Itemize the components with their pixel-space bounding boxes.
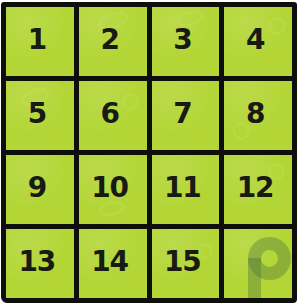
tile-number: 15 [164,245,201,278]
tile-cell-r2c1[interactable]: 5 [6,81,74,150]
tile-cell-r4c3[interactable]: 15 [152,229,220,298]
tile-number: 11 [164,171,201,204]
page: 1 2 3 4 5 6 7 8 9 10 11 [0,0,300,306]
tile-cell-r3c3[interactable]: 11 [152,155,220,224]
tile-cell-r4c2[interactable]: 14 [79,229,147,298]
tile-number: 12 [237,171,274,204]
tile-cell-r2c4[interactable]: 8 [224,81,292,150]
tile-cell-r4c1[interactable]: 13 [6,229,74,298]
tile-cell-r1c4[interactable]: 4 [224,7,292,76]
tile-number: 7 [173,97,191,130]
tile-number: 14 [91,245,128,278]
watermark-scribble-icon [122,93,139,110]
tile-number: 6 [100,97,118,130]
tile-number: 13 [18,245,55,278]
tile-cell-r2c3[interactable]: 7 [152,81,220,150]
tile-cell-r2c2[interactable]: 6 [79,81,147,150]
watermark-scribble-icon [268,17,286,35]
tile-number: 5 [28,97,46,130]
tile-cell-r3c4[interactable]: 12 [224,155,292,224]
puzzle-board: 1 2 3 4 5 6 7 8 9 10 11 [1,2,297,303]
tile-cell-r1c2[interactable]: 2 [79,7,147,76]
tile-number: 1 [28,23,46,56]
tile-cell-r1c1[interactable]: 1 [6,7,74,76]
p-logo-watermark-stem [248,258,261,298]
tile-number: 9 [28,171,46,204]
tile-number: 2 [100,23,118,56]
tile-number: 4 [246,23,264,56]
empty-cell-r4c4[interactable] [224,229,292,298]
tile-number: 10 [91,171,128,204]
tile-number: 3 [173,23,191,56]
tile-number: 8 [246,97,264,130]
tile-cell-r1c3[interactable]: 3 [152,7,220,76]
tile-cell-r3c1[interactable]: 9 [6,155,74,224]
tile-cell-r3c2[interactable]: 10 [79,155,147,224]
